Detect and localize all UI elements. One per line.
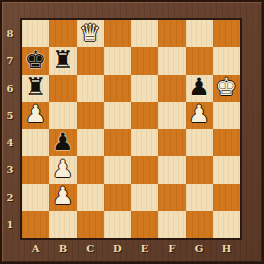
- square-f5[interactable]: [158, 102, 185, 129]
- square-f4[interactable]: [158, 129, 185, 156]
- rank-label-7: 7: [0, 47, 20, 74]
- square-f6[interactable]: [158, 75, 185, 102]
- square-f1[interactable]: [158, 211, 185, 238]
- white-pawn-g5[interactable]: ♟: [188, 102, 210, 126]
- chess-board-window: 87654321 ABCDEFGH ♛♚♜♜♟♚♟♟♟♟♟: [0, 0, 264, 264]
- square-e6[interactable]: [131, 75, 158, 102]
- file-label-d: D: [104, 238, 131, 258]
- square-b5[interactable]: [49, 102, 76, 129]
- square-c7[interactable]: [77, 47, 104, 74]
- white-king-h6[interactable]: ♚: [216, 75, 238, 99]
- file-label-e: E: [131, 238, 158, 258]
- rank-label-4: 4: [0, 129, 20, 156]
- chess-board: ♛♚♜♜♟♚♟♟♟♟♟: [22, 20, 240, 238]
- square-c5[interactable]: [77, 102, 104, 129]
- file-label-f: F: [158, 238, 185, 258]
- white-pawn-b2[interactable]: ♟: [52, 184, 74, 208]
- square-h3[interactable]: [213, 156, 240, 183]
- square-d8[interactable]: [104, 20, 131, 47]
- square-c4[interactable]: [77, 129, 104, 156]
- square-e2[interactable]: [131, 184, 158, 211]
- square-b2[interactable]: ♟: [49, 184, 76, 211]
- square-a4[interactable]: [22, 129, 49, 156]
- square-e5[interactable]: [131, 102, 158, 129]
- square-c3[interactable]: [77, 156, 104, 183]
- square-d6[interactable]: [104, 75, 131, 102]
- square-f8[interactable]: [158, 20, 185, 47]
- square-f7[interactable]: [158, 47, 185, 74]
- square-a6[interactable]: ♜: [22, 75, 49, 102]
- square-h8[interactable]: [213, 20, 240, 47]
- square-a8[interactable]: [22, 20, 49, 47]
- black-king-a7[interactable]: ♚: [25, 48, 47, 72]
- square-h1[interactable]: [213, 211, 240, 238]
- rank-label-5: 5: [0, 102, 20, 129]
- rank-label-3: 3: [0, 156, 20, 183]
- square-d2[interactable]: [104, 184, 131, 211]
- square-g3[interactable]: [186, 156, 213, 183]
- file-label-a: A: [22, 238, 49, 258]
- file-label-h: H: [213, 238, 240, 258]
- square-b8[interactable]: [49, 20, 76, 47]
- square-c8[interactable]: ♛: [77, 20, 104, 47]
- rank-label-1: 1: [0, 211, 20, 238]
- square-b3[interactable]: ♟: [49, 156, 76, 183]
- square-a3[interactable]: [22, 156, 49, 183]
- square-f3[interactable]: [158, 156, 185, 183]
- square-h4[interactable]: [213, 129, 240, 156]
- square-d5[interactable]: [104, 102, 131, 129]
- square-d1[interactable]: [104, 211, 131, 238]
- square-b7[interactable]: ♜: [49, 47, 76, 74]
- black-pawn-b4[interactable]: ♟: [52, 130, 74, 154]
- rank-label-8: 8: [0, 20, 20, 47]
- square-g8[interactable]: [186, 20, 213, 47]
- square-a7[interactable]: ♚: [22, 47, 49, 74]
- square-b1[interactable]: [49, 211, 76, 238]
- square-e4[interactable]: [131, 129, 158, 156]
- rank-label-6: 6: [0, 75, 20, 102]
- square-f2[interactable]: [158, 184, 185, 211]
- square-d3[interactable]: [104, 156, 131, 183]
- square-c1[interactable]: [77, 211, 104, 238]
- white-pawn-b3[interactable]: ♟: [52, 157, 74, 181]
- square-e8[interactable]: [131, 20, 158, 47]
- square-b6[interactable]: [49, 75, 76, 102]
- rank-label-2: 2: [0, 184, 20, 211]
- square-a2[interactable]: [22, 184, 49, 211]
- square-d4[interactable]: [104, 129, 131, 156]
- file-label-g: G: [186, 238, 213, 258]
- square-a5[interactable]: ♟: [22, 102, 49, 129]
- square-h2[interactable]: [213, 184, 240, 211]
- square-g5[interactable]: ♟: [186, 102, 213, 129]
- rank-labels: 87654321: [0, 20, 20, 238]
- square-a1[interactable]: [22, 211, 49, 238]
- square-b4[interactable]: ♟: [49, 129, 76, 156]
- square-h7[interactable]: [213, 47, 240, 74]
- square-e3[interactable]: [131, 156, 158, 183]
- white-queen-c8[interactable]: ♛: [79, 21, 101, 45]
- square-g1[interactable]: [186, 211, 213, 238]
- square-g6[interactable]: ♟: [186, 75, 213, 102]
- black-rook-a6[interactable]: ♜: [25, 75, 47, 99]
- square-g4[interactable]: [186, 129, 213, 156]
- black-rook-b7[interactable]: ♜: [52, 48, 74, 72]
- square-e1[interactable]: [131, 211, 158, 238]
- square-c6[interactable]: [77, 75, 104, 102]
- file-label-c: C: [77, 238, 104, 258]
- white-pawn-a5[interactable]: ♟: [25, 102, 47, 126]
- square-e7[interactable]: [131, 47, 158, 74]
- file-labels: ABCDEFGH: [22, 238, 240, 258]
- square-g2[interactable]: [186, 184, 213, 211]
- square-d7[interactable]: [104, 47, 131, 74]
- file-label-b: B: [49, 238, 76, 258]
- black-pawn-g6[interactable]: ♟: [188, 75, 210, 99]
- square-c2[interactable]: [77, 184, 104, 211]
- square-g7[interactable]: [186, 47, 213, 74]
- square-h5[interactable]: [213, 102, 240, 129]
- square-h6[interactable]: ♚: [213, 75, 240, 102]
